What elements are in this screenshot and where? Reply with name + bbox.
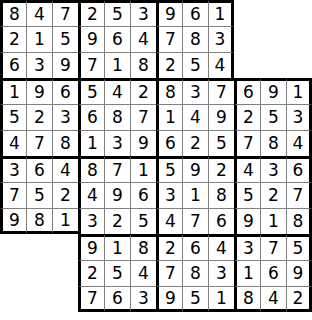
sudoku-cell: 8 bbox=[52, 130, 78, 156]
sudoku-cell: 2 bbox=[156, 52, 182, 78]
sudoku-cell: 9 bbox=[130, 130, 156, 156]
sudoku-cell: 3 bbox=[182, 78, 208, 104]
sudoku-cell: 3 bbox=[78, 208, 104, 234]
sudoku-cell: 2 bbox=[208, 156, 234, 182]
sudoku-cell: 3 bbox=[208, 260, 234, 286]
empty-corner-cell bbox=[26, 286, 52, 312]
sudoku-cell: 1 bbox=[286, 78, 312, 104]
cell-digit: 5 bbox=[138, 213, 149, 230]
cell-digit: 9 bbox=[87, 31, 98, 48]
cell-digit: 8 bbox=[190, 31, 201, 48]
sudoku-cell: 5 bbox=[182, 286, 208, 312]
sudoku-cell: 4 bbox=[156, 208, 182, 234]
sudoku-cell: 4 bbox=[130, 260, 156, 286]
cell-digit: 6 bbox=[60, 84, 71, 101]
cell-digit: 4 bbox=[216, 240, 227, 257]
cell-digit: 6 bbox=[216, 213, 227, 230]
cell-digit: 5 bbox=[190, 290, 201, 307]
sudoku-cell: 8 bbox=[156, 78, 182, 104]
sudoku-cell: 4 bbox=[26, 0, 52, 26]
cell-digit: 1 bbox=[268, 213, 279, 230]
sudoku-cell: 3 bbox=[130, 0, 156, 26]
empty-corner-cell bbox=[52, 234, 78, 260]
sudoku-cell: 7 bbox=[0, 182, 26, 208]
overlapping-sudoku-board: 8472539612159647836397182541965428376915… bbox=[0, 0, 312, 312]
sudoku-cell: 6 bbox=[104, 26, 130, 52]
sudoku-cell: 5 bbox=[286, 234, 312, 260]
empty-corner-cell bbox=[260, 26, 286, 52]
sudoku-cell: 1 bbox=[208, 0, 234, 26]
cell-digit: 7 bbox=[87, 290, 98, 307]
empty-corner-cell bbox=[260, 0, 286, 26]
cell-digit: 6 bbox=[293, 162, 304, 179]
empty-corner-cell bbox=[26, 260, 52, 286]
sudoku-cell: 4 bbox=[0, 130, 26, 156]
cell-digit: 8 bbox=[60, 135, 71, 152]
cell-digit: 4 bbox=[112, 84, 123, 101]
sudoku-cell: 5 bbox=[182, 52, 208, 78]
sudoku-cell: 5 bbox=[234, 182, 260, 208]
sudoku-cell: 9 bbox=[286, 260, 312, 286]
sudoku-cell: 6 bbox=[78, 104, 104, 130]
cell-digit: 6 bbox=[9, 57, 20, 74]
sudoku-cell: 1 bbox=[156, 104, 182, 130]
sudoku-cell: 8 bbox=[104, 104, 130, 130]
sudoku-cell: 4 bbox=[52, 156, 78, 182]
cell-digit: 2 bbox=[9, 31, 20, 48]
sudoku-cell: 1 bbox=[182, 182, 208, 208]
cell-digit: 1 bbox=[9, 84, 20, 101]
sudoku-cell: 5 bbox=[208, 130, 234, 156]
cell-digit: 2 bbox=[190, 135, 201, 152]
sudoku-cell: 6 bbox=[208, 208, 234, 234]
sudoku-cell: 9 bbox=[52, 52, 78, 78]
sudoku-cell: 6 bbox=[52, 78, 78, 104]
sudoku-cell: 2 bbox=[286, 286, 312, 312]
cell-digit: 3 bbox=[293, 109, 304, 126]
cell-digit: 2 bbox=[60, 187, 71, 204]
empty-corner-cell bbox=[286, 0, 312, 26]
sudoku-cell: 5 bbox=[26, 182, 52, 208]
sudoku-cell: 5 bbox=[104, 0, 130, 26]
sudoku-cell: 8 bbox=[130, 234, 156, 260]
cell-digit: 8 bbox=[112, 109, 123, 126]
cell-digit: 9 bbox=[34, 84, 45, 101]
cell-digit: 8 bbox=[268, 135, 279, 152]
cell-digit: 5 bbox=[293, 240, 304, 257]
cell-digit: 3 bbox=[34, 57, 45, 74]
cell-digit: 1 bbox=[60, 212, 71, 229]
cell-digit: 4 bbox=[87, 187, 98, 204]
cell-digit: 2 bbox=[165, 240, 176, 257]
empty-corner-cell bbox=[0, 286, 26, 312]
cell-digit: 9 bbox=[268, 84, 279, 101]
cell-digit: 9 bbox=[9, 212, 20, 229]
cell-digit: 2 bbox=[216, 162, 227, 179]
cell-digit: 7 bbox=[60, 6, 71, 23]
sudoku-cell: 9 bbox=[156, 0, 182, 26]
cell-digit: 3 bbox=[87, 213, 98, 230]
cell-digit: 4 bbox=[215, 57, 226, 74]
sudoku-cell: 4 bbox=[286, 130, 312, 156]
cell-digit: 1 bbox=[165, 109, 176, 126]
cell-digit: 2 bbox=[138, 84, 149, 101]
sudoku-cell: 4 bbox=[260, 286, 286, 312]
sudoku-cell: 1 bbox=[78, 130, 104, 156]
cell-digit: 7 bbox=[138, 109, 149, 126]
cell-digit: 1 bbox=[215, 6, 226, 23]
cell-digit: 8 bbox=[138, 240, 149, 257]
cell-digit: 7 bbox=[87, 57, 98, 74]
sudoku-cell: 5 bbox=[52, 26, 78, 52]
sudoku-cell: 2 bbox=[234, 104, 260, 130]
cell-digit: 4 bbox=[138, 265, 149, 282]
cell-digit: 5 bbox=[165, 162, 176, 179]
cell-digit: 4 bbox=[34, 6, 45, 23]
cell-digit: 9 bbox=[216, 109, 227, 126]
cell-digit: 8 bbox=[9, 6, 20, 23]
cell-digit: 2 bbox=[87, 6, 98, 23]
sudoku-cell: 6 bbox=[104, 286, 130, 312]
cell-digit: 4 bbox=[243, 162, 254, 179]
sudoku-cell: 4 bbox=[208, 52, 234, 78]
cell-digit: 9 bbox=[87, 240, 98, 257]
sudoku-cell: 9 bbox=[26, 78, 52, 104]
cell-digit: 3 bbox=[216, 265, 227, 282]
sudoku-cell: 3 bbox=[104, 130, 130, 156]
sudoku-cell: 6 bbox=[286, 156, 312, 182]
sudoku-cell: 4 bbox=[78, 182, 104, 208]
sudoku-cell: 7 bbox=[286, 182, 312, 208]
sudoku-cell: 5 bbox=[156, 156, 182, 182]
sudoku-cell: 7 bbox=[182, 208, 208, 234]
cell-digit: 5 bbox=[87, 84, 98, 101]
empty-corner-cell bbox=[0, 260, 26, 286]
sudoku-cell: 9 bbox=[78, 26, 104, 52]
sudoku-cell: 6 bbox=[234, 78, 260, 104]
sudoku-cell: 8 bbox=[234, 286, 260, 312]
cell-digit: 3 bbox=[112, 135, 123, 152]
cell-digit: 9 bbox=[138, 135, 149, 152]
sudoku-cell: 3 bbox=[52, 104, 78, 130]
cell-digit: 4 bbox=[268, 290, 279, 307]
cell-digit: 1 bbox=[243, 265, 254, 282]
sudoku-cell: 7 bbox=[78, 52, 104, 78]
cell-digit: 3 bbox=[138, 6, 149, 23]
cell-digit: 4 bbox=[138, 31, 149, 48]
cell-digit: 5 bbox=[243, 187, 254, 204]
sudoku-cell: 4 bbox=[234, 156, 260, 182]
sudoku-cell: 4 bbox=[104, 78, 130, 104]
cell-digit: 2 bbox=[165, 57, 176, 74]
sudoku-cell: 1 bbox=[234, 260, 260, 286]
cell-digit: 2 bbox=[87, 265, 98, 282]
sudoku-cell: 4 bbox=[208, 234, 234, 260]
cell-digit: 3 bbox=[165, 187, 176, 204]
sudoku-cell: 2 bbox=[52, 182, 78, 208]
empty-corner-cell bbox=[234, 26, 260, 52]
sudoku-cell: 5 bbox=[78, 78, 104, 104]
sudoku-cell: 5 bbox=[130, 208, 156, 234]
cell-digit: 7 bbox=[243, 135, 254, 152]
sudoku-cell: 6 bbox=[182, 234, 208, 260]
cell-digit: 1 bbox=[87, 135, 98, 152]
sudoku-cell: 7 bbox=[156, 260, 182, 286]
cell-digit: 1 bbox=[216, 290, 227, 307]
cell-digit: 9 bbox=[112, 187, 123, 204]
sudoku-cell: 8 bbox=[286, 208, 312, 234]
sudoku-cell: 9 bbox=[156, 286, 182, 312]
cell-digit: 1 bbox=[190, 187, 201, 204]
sudoku-cell: 6 bbox=[130, 182, 156, 208]
empty-corner-cell bbox=[52, 286, 78, 312]
cell-digit: 4 bbox=[190, 109, 201, 126]
sudoku-cell: 5 bbox=[260, 104, 286, 130]
cell-digit: 7 bbox=[112, 162, 123, 179]
sudoku-cell: 7 bbox=[52, 0, 78, 26]
cell-digit: 8 bbox=[87, 162, 98, 179]
sudoku-cell: 2 bbox=[104, 208, 130, 234]
cell-digit: 8 bbox=[243, 290, 254, 307]
sudoku-cell: 3 bbox=[260, 156, 286, 182]
sudoku-cell: 1 bbox=[26, 26, 52, 52]
cell-digit: 6 bbox=[165, 135, 176, 152]
cell-digit: 5 bbox=[216, 135, 227, 152]
cell-digit: 2 bbox=[112, 213, 123, 230]
cell-digit: 1 bbox=[34, 31, 45, 48]
sudoku-cell: 8 bbox=[182, 26, 208, 52]
sudoku-cell: 9 bbox=[182, 156, 208, 182]
cell-digit: 1 bbox=[138, 162, 149, 179]
sudoku-cell: 7 bbox=[260, 234, 286, 260]
cell-digit: 3 bbox=[268, 162, 279, 179]
sudoku-cell: 5 bbox=[0, 104, 26, 130]
cell-digit: 9 bbox=[165, 6, 176, 23]
sudoku-cell: 8 bbox=[78, 156, 104, 182]
cell-digit: 5 bbox=[112, 265, 123, 282]
cell-digit: 8 bbox=[165, 84, 176, 101]
sudoku-cell: 8 bbox=[260, 130, 286, 156]
cell-digit: 2 bbox=[243, 109, 254, 126]
cell-digit: 8 bbox=[190, 265, 201, 282]
sudoku-cell: 3 bbox=[156, 182, 182, 208]
cell-digit: 2 bbox=[268, 187, 279, 204]
cell-digit: 7 bbox=[9, 187, 20, 204]
sudoku-cell: 7 bbox=[26, 130, 52, 156]
cell-digit: 5 bbox=[60, 31, 71, 48]
cell-digit: 7 bbox=[165, 265, 176, 282]
sudoku-cell: 3 bbox=[234, 234, 260, 260]
sudoku-cell: 9 bbox=[234, 208, 260, 234]
sudoku-cell: 7 bbox=[78, 286, 104, 312]
sudoku-cell: 1 bbox=[0, 78, 26, 104]
sudoku-cell: 8 bbox=[0, 0, 26, 26]
cell-digit: 9 bbox=[243, 213, 254, 230]
sudoku-cell: 4 bbox=[130, 26, 156, 52]
sudoku-cell: 2 bbox=[260, 182, 286, 208]
cell-digit: 6 bbox=[112, 31, 123, 48]
sudoku-cell: 7 bbox=[156, 26, 182, 52]
sudoku-cell: 9 bbox=[260, 78, 286, 104]
cell-digit: 9 bbox=[293, 265, 304, 282]
sudoku-cell: 6 bbox=[260, 260, 286, 286]
cell-digit: 4 bbox=[9, 135, 20, 152]
cell-digit: 4 bbox=[165, 213, 176, 230]
sudoku-cell: 6 bbox=[26, 156, 52, 182]
cell-digit: 7 bbox=[293, 187, 304, 204]
cell-digit: 1 bbox=[112, 240, 123, 257]
cell-digit: 2 bbox=[34, 109, 45, 126]
cell-digit: 8 bbox=[34, 212, 45, 229]
sudoku-cell: 6 bbox=[0, 52, 26, 78]
cell-digit: 5 bbox=[268, 109, 279, 126]
cell-digit: 9 bbox=[165, 290, 176, 307]
cell-digit: 8 bbox=[216, 187, 227, 204]
empty-corner-cell bbox=[286, 52, 312, 78]
cell-digit: 1 bbox=[293, 84, 304, 101]
cell-digit: 6 bbox=[112, 290, 123, 307]
sudoku-cell: 2 bbox=[0, 26, 26, 52]
cell-digit: 6 bbox=[138, 187, 149, 204]
cell-digit: 3 bbox=[60, 109, 71, 126]
cell-digit: 7 bbox=[268, 240, 279, 257]
sudoku-cell: 1 bbox=[260, 208, 286, 234]
cell-digit: 6 bbox=[190, 240, 201, 257]
sudoku-cell: 2 bbox=[78, 260, 104, 286]
empty-corner-cell bbox=[52, 260, 78, 286]
cell-digit: 6 bbox=[190, 6, 201, 23]
sudoku-cell: 8 bbox=[130, 52, 156, 78]
sudoku-cell: 2 bbox=[130, 78, 156, 104]
cell-digit: 5 bbox=[112, 6, 123, 23]
sudoku-cell: 3 bbox=[130, 286, 156, 312]
cell-digit: 5 bbox=[190, 57, 201, 74]
sudoku-cell: 9 bbox=[0, 208, 26, 234]
cell-digit: 5 bbox=[34, 187, 45, 204]
sudoku-cell: 7 bbox=[130, 104, 156, 130]
sudoku-cell: 1 bbox=[104, 234, 130, 260]
sudoku-cell: 6 bbox=[182, 0, 208, 26]
cell-digit: 2 bbox=[293, 290, 304, 307]
sudoku-cell: 5 bbox=[104, 260, 130, 286]
sudoku-cell: 2 bbox=[26, 104, 52, 130]
cell-digit: 3 bbox=[9, 162, 20, 179]
sudoku-cell: 7 bbox=[104, 156, 130, 182]
sudoku-cell: 2 bbox=[182, 130, 208, 156]
empty-corner-cell bbox=[0, 234, 26, 260]
sudoku-cell: 9 bbox=[78, 234, 104, 260]
sudoku-cell: 8 bbox=[182, 260, 208, 286]
cell-digit: 8 bbox=[293, 213, 304, 230]
sudoku-cell: 1 bbox=[208, 286, 234, 312]
cell-digit: 3 bbox=[190, 84, 201, 101]
sudoku-cell: 4 bbox=[182, 104, 208, 130]
cell-digit: 6 bbox=[87, 109, 98, 126]
sudoku-cell: 9 bbox=[208, 104, 234, 130]
cell-digit: 7 bbox=[165, 31, 176, 48]
sudoku-cell: 8 bbox=[26, 208, 52, 234]
sudoku-cell: 1 bbox=[52, 208, 78, 234]
sudoku-cell: 2 bbox=[78, 0, 104, 26]
cell-digit: 5 bbox=[9, 109, 20, 126]
cell-digit: 7 bbox=[190, 213, 201, 230]
sudoku-cell: 6 bbox=[156, 130, 182, 156]
cell-digit: 7 bbox=[216, 84, 227, 101]
empty-corner-cell bbox=[260, 52, 286, 78]
sudoku-cell: 2 bbox=[156, 234, 182, 260]
sudoku-cell: 3 bbox=[208, 26, 234, 52]
empty-corner-cell bbox=[26, 234, 52, 260]
cell-digit: 6 bbox=[243, 84, 254, 101]
cell-digit: 3 bbox=[215, 31, 226, 48]
cell-digit: 3 bbox=[243, 240, 254, 257]
cell-digit: 4 bbox=[60, 162, 71, 179]
sudoku-cell: 1 bbox=[104, 52, 130, 78]
cell-digit: 1 bbox=[112, 57, 123, 74]
sudoku-cell: 3 bbox=[26, 52, 52, 78]
sudoku-cell: 8 bbox=[208, 182, 234, 208]
sudoku-cell: 3 bbox=[0, 156, 26, 182]
cell-digit: 6 bbox=[268, 265, 279, 282]
sudoku-cell: 3 bbox=[286, 104, 312, 130]
empty-corner-cell bbox=[234, 52, 260, 78]
cell-digit: 8 bbox=[138, 57, 149, 74]
cell-digit: 9 bbox=[60, 57, 71, 74]
sudoku-cell: 7 bbox=[208, 78, 234, 104]
cell-digit: 4 bbox=[293, 135, 304, 152]
sudoku-cell: 7 bbox=[234, 130, 260, 156]
sudoku-cell: 9 bbox=[104, 182, 130, 208]
cell-digit: 9 bbox=[190, 162, 201, 179]
cell-digit: 7 bbox=[34, 135, 45, 152]
empty-corner-cell bbox=[234, 0, 260, 26]
sudoku-cell: 1 bbox=[130, 156, 156, 182]
cell-digit: 3 bbox=[138, 290, 149, 307]
empty-corner-cell bbox=[286, 26, 312, 52]
cell-digit: 6 bbox=[34, 162, 45, 179]
